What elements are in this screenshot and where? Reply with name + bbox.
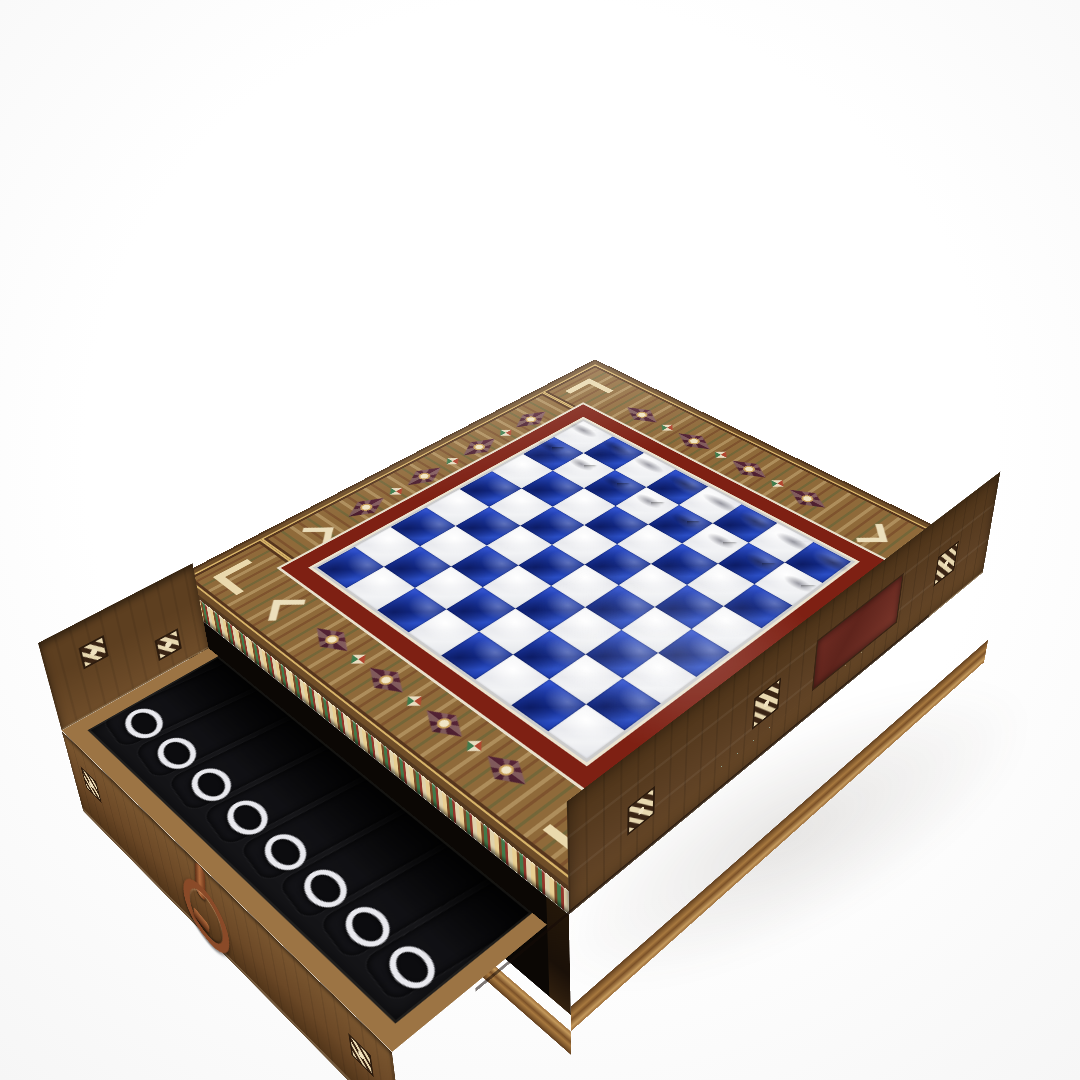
- white-piece-ring: [380, 939, 444, 996]
- inlay-star: [754, 680, 780, 726]
- black-pawn-glyph: ♟: [782, 535, 821, 591]
- black-pawn-glyph: ♟: [633, 456, 670, 508]
- inlay-star: [350, 1037, 372, 1074]
- chess-box: ♜♞♝♛♚♝♞♜♟♟♟♟♟♟♟♟: [200, 481, 964, 1037]
- inlay-star: [935, 543, 957, 584]
- inlay-star: [82, 769, 100, 800]
- inlay-star: [81, 638, 106, 667]
- product-photo-stage: ♜♞♝♛♚♝♞♜♟♟♟♟♟♟♟♟: [0, 0, 1080, 1080]
- black-pawn-glyph: ♟: [742, 514, 781, 569]
- inlay-star: [629, 789, 653, 832]
- black-pawn-glyph: ♟: [668, 475, 705, 528]
- black-pawn-glyph: ♟: [704, 494, 742, 548]
- inlay-star: [157, 631, 180, 658]
